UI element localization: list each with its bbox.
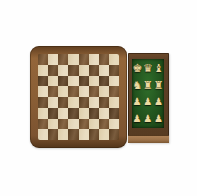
board-square-e7: [79, 65, 89, 76]
drawer-piece-rook-r2c2: ♜: [143, 77, 154, 94]
board-square-e1: [79, 129, 89, 140]
drawer-piece-pawn-r4c3: ♟: [153, 110, 164, 127]
board-square-e2: [79, 119, 89, 130]
board-square-c1: [58, 129, 68, 140]
drawer-piece-pawn-r4c2: ♟: [143, 110, 154, 127]
board-square-h2: [109, 119, 119, 130]
board-square-b3: [48, 108, 58, 119]
board-square-e3: [79, 108, 89, 119]
drawer-piece-rook-r2c3: ♜: [153, 77, 164, 94]
board-square-b6: [48, 76, 58, 87]
board-square-h3: [109, 108, 119, 119]
board-square-f3: [89, 108, 99, 119]
board-square-f1: [89, 129, 99, 140]
board-square-c8: [58, 54, 68, 65]
board-square-e6: [79, 76, 89, 87]
drawer-piece-queen-r1c2: ♛: [143, 60, 154, 77]
board-square-f6: [89, 76, 99, 87]
drawer-piece-pawn-r3c3: ♟: [153, 94, 164, 111]
board-square-h1: [109, 129, 119, 140]
board-square-h4: [109, 97, 119, 108]
board-square-h6: [109, 76, 119, 87]
board-square-d7: [68, 65, 78, 76]
board-square-g3: [99, 108, 109, 119]
board-square-f5: [89, 86, 99, 97]
board-square-h7: [109, 65, 119, 76]
board-square-f8: [89, 54, 99, 65]
board-square-e8: [79, 54, 89, 65]
board-square-b5: [48, 86, 58, 97]
board-square-a7: [38, 65, 48, 76]
drawer-pieces-grid: ♚♛♝♞♜♜♟♟♟♟♟♟: [132, 60, 164, 127]
board-square-f4: [89, 97, 99, 108]
board-square-d4: [68, 97, 78, 108]
board-square-b1: [48, 129, 58, 140]
board-square-d6: [68, 76, 78, 87]
board-square-h8: [109, 54, 119, 65]
product-photo: ♚♛♝♞♜♜♟♟♟♟♟♟: [0, 0, 197, 196]
drawer-piece-bishop-r1c3: ♝: [153, 60, 164, 77]
board-square-b2: [48, 119, 58, 130]
board-square-g4: [99, 97, 109, 108]
board-square-b8: [48, 54, 58, 65]
board-square-c3: [58, 108, 68, 119]
board-square-a6: [38, 76, 48, 87]
board-square-d8: [68, 54, 78, 65]
drawer-bottom-rail: [128, 135, 169, 143]
board-square-g5: [99, 86, 109, 97]
board-square-a5: [38, 86, 48, 97]
board-squares-grid: [38, 54, 119, 140]
board-square-c4: [58, 97, 68, 108]
board-square-h5: [109, 86, 119, 97]
board-square-g7: [99, 65, 109, 76]
board-square-b4: [48, 97, 58, 108]
drawer-piece-knight-r2c1: ♞: [132, 77, 143, 94]
drawer-piece-pawn-r4c1: ♟: [132, 110, 143, 127]
board-square-c5: [58, 86, 68, 97]
board-square-e5: [79, 86, 89, 97]
board-square-b7: [48, 65, 58, 76]
board-square-d5: [68, 86, 78, 97]
drawer-piece-pawn-r3c2: ♟: [143, 94, 154, 111]
board-square-g6: [99, 76, 109, 87]
board-square-g1: [99, 129, 109, 140]
board-square-f7: [89, 65, 99, 76]
chess-board: [30, 46, 127, 148]
board-square-d3: [68, 108, 78, 119]
board-square-c2: [58, 119, 68, 130]
board-square-a1: [38, 129, 48, 140]
board-square-g2: [99, 119, 109, 130]
board-square-a3: [38, 108, 48, 119]
board-square-d1: [68, 129, 78, 140]
board-square-d2: [68, 119, 78, 130]
board-square-a4: [38, 97, 48, 108]
board-square-a2: [38, 119, 48, 130]
board-square-a8: [38, 54, 48, 65]
board-square-e4: [79, 97, 89, 108]
drawer-piece-pawn-r3c1: ♟: [132, 94, 143, 111]
board-square-c7: [58, 65, 68, 76]
drawer-felt-lining: ♚♛♝♞♜♜♟♟♟♟♟♟: [132, 59, 164, 128]
board-square-g8: [99, 54, 109, 65]
board-square-c6: [58, 76, 68, 87]
board-square-f2: [89, 119, 99, 130]
drawer-piece-king-r1c1: ♚: [132, 60, 143, 77]
piece-storage-drawer: ♚♛♝♞♜♜♟♟♟♟♟♟: [128, 53, 169, 143]
